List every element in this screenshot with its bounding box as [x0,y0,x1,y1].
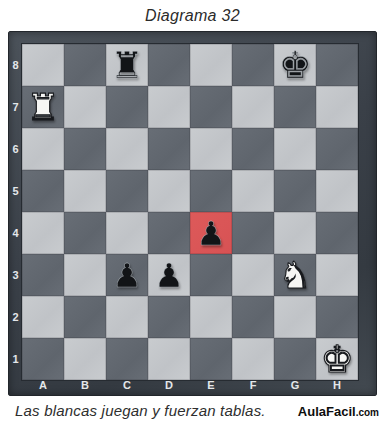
square-g4 [274,212,316,254]
square-f8 [232,44,274,86]
rank-label-8: 8 [9,44,22,86]
black-pawn-e4: ♟ [196,217,226,250]
rank-label-4: 4 [9,212,22,254]
square-f1 [232,338,274,380]
square-h4 [316,212,358,254]
black-rook-c8: ♜ [110,47,143,84]
rank-label-6: 6 [9,128,22,170]
square-c3: ♟ [106,254,148,296]
board-grid: ♜♚♜♟♟♟♞♚ [22,44,358,380]
file-label-a: A [22,379,64,394]
square-g1 [274,338,316,380]
square-g3: ♞ [274,254,316,296]
square-h3 [316,254,358,296]
square-f5 [232,170,274,212]
rank-label-2: 2 [9,296,22,338]
square-g2 [274,296,316,338]
file-label-h: H [316,379,358,394]
square-c8: ♜ [106,44,148,86]
square-f4 [232,212,274,254]
square-e8 [190,44,232,86]
rank-label-1: 1 [9,338,22,380]
diagram-title: Diagrama 32 [0,7,385,25]
square-d6 [148,128,190,170]
white-knight-g3: ♞ [278,257,311,294]
file-label-g: G [274,379,316,394]
square-b3 [64,254,106,296]
square-d7 [148,86,190,128]
square-b5 [64,170,106,212]
file-label-d: D [148,379,190,394]
white-rook-a7: ♜ [26,89,59,126]
square-c7 [106,86,148,128]
square-d8 [148,44,190,86]
rank-labels: 87654321 [9,44,22,380]
square-f3 [232,254,274,296]
rank-label-7: 7 [9,86,22,128]
square-d3: ♟ [148,254,190,296]
square-g7 [274,86,316,128]
square-d4 [148,212,190,254]
rank-label-3: 3 [9,254,22,296]
square-c4 [106,212,148,254]
square-b4 [64,212,106,254]
caption-text: Las blancas juegan y fuerzan tablas. [15,402,266,419]
square-a2 [22,296,64,338]
square-h6 [316,128,358,170]
square-d5 [148,170,190,212]
square-e3 [190,254,232,296]
square-b1 [64,338,106,380]
square-a7: ♜ [22,86,64,128]
diagram-page: Diagrama 32 87654321 ♜♚♜♟♟♟♞♚ ABCDEFGH L… [0,0,385,433]
white-king-h1: ♚ [320,341,353,378]
square-a3 [22,254,64,296]
square-g5 [274,170,316,212]
square-f6 [232,128,274,170]
black-pawn-c3: ♟ [112,259,142,292]
file-label-b: B [64,379,106,394]
square-a4 [22,212,64,254]
square-e1 [190,338,232,380]
square-d2 [148,296,190,338]
square-e4: ♟ [190,212,232,254]
square-a8 [22,44,64,86]
caption-row: Las blancas juegan y fuerzan tablas. Aul… [0,402,385,419]
black-king-g8: ♚ [278,47,311,84]
square-b2 [64,296,106,338]
square-c1 [106,338,148,380]
square-d1 [148,338,190,380]
square-b7 [64,86,106,128]
square-e2 [190,296,232,338]
black-pawn-d3: ♟ [154,259,184,292]
square-b6 [64,128,106,170]
square-f2 [232,296,274,338]
square-g8: ♚ [274,44,316,86]
brand-name: AulaFacil [298,404,356,419]
square-a1 [22,338,64,380]
square-f7 [232,86,274,128]
rank-label-5: 5 [9,170,22,212]
square-h5 [316,170,358,212]
square-h7 [316,86,358,128]
brand-suffix: .com [356,407,379,418]
square-c6 [106,128,148,170]
square-e7 [190,86,232,128]
square-a5 [22,170,64,212]
square-e6 [190,128,232,170]
square-c2 [106,296,148,338]
brand-logo: AulaFacil.com [298,404,379,419]
square-h1: ♚ [316,338,358,380]
square-a6 [22,128,64,170]
square-c5 [106,170,148,212]
square-h8 [316,44,358,86]
file-label-e: E [190,379,232,394]
file-labels: ABCDEFGH [22,379,358,394]
file-label-f: F [232,379,274,394]
chessboard: 87654321 ♜♚♜♟♟♟♞♚ ABCDEFGH [8,31,377,396]
square-g6 [274,128,316,170]
file-label-c: C [106,379,148,394]
square-h2 [316,296,358,338]
square-e5 [190,170,232,212]
square-b8 [64,44,106,86]
